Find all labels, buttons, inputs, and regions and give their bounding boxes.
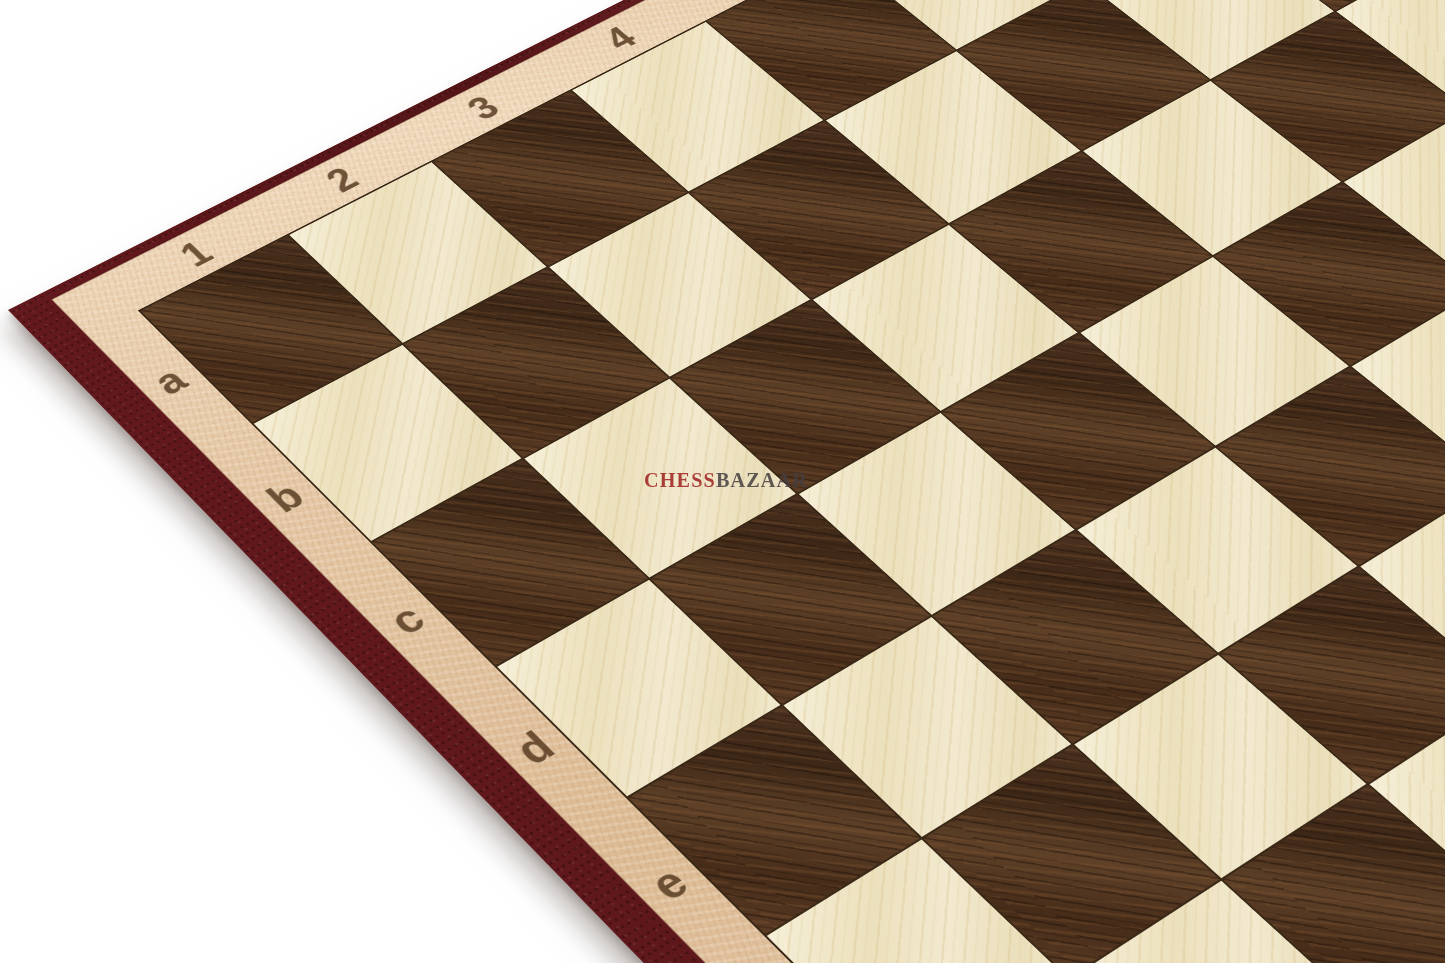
product-photo: 12345678abcdefgh CHESSBAZAAR: [0, 0, 1445, 963]
watermark: CHESSBAZAAR: [644, 468, 808, 493]
watermark-bazaar: BAZAAR: [716, 468, 808, 492]
watermark-chess: CHESS: [644, 468, 716, 492]
